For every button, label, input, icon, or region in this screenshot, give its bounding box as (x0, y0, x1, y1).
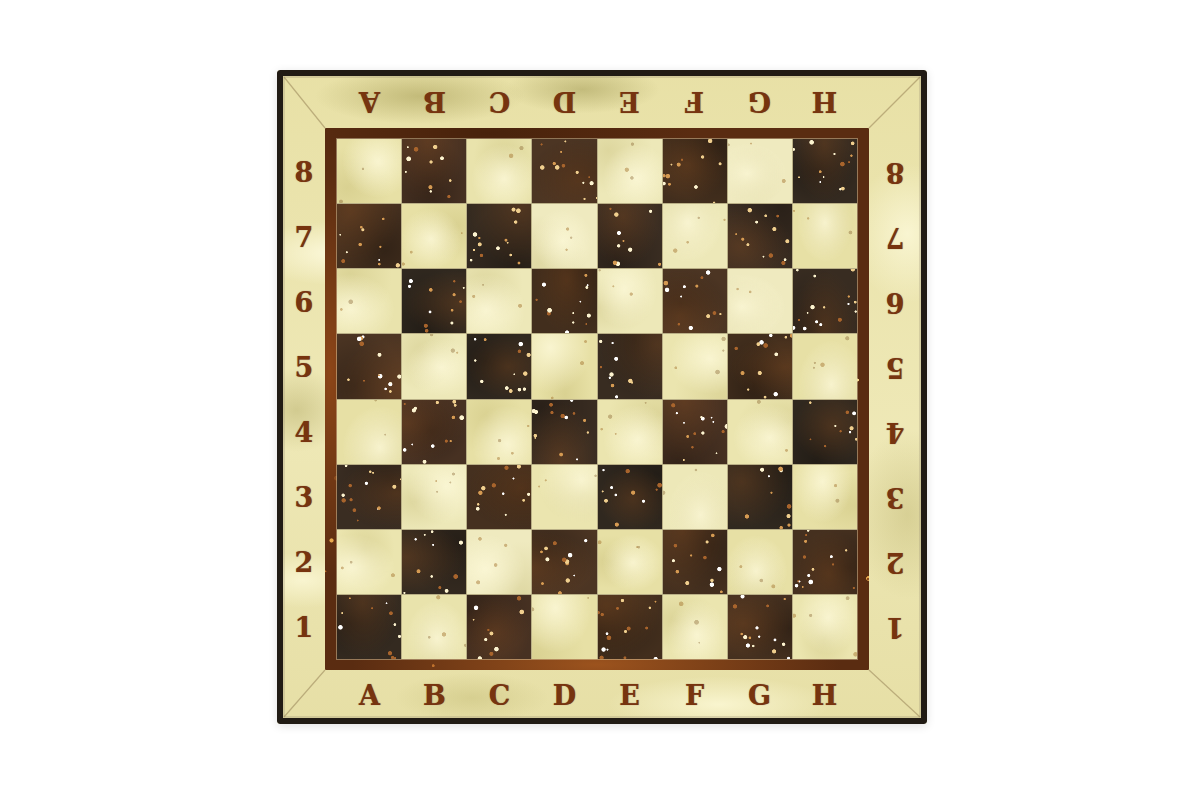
square-h1[interactable] (793, 595, 857, 659)
rank-label: 8 (869, 140, 921, 205)
square-c8[interactable] (467, 139, 531, 203)
file-label: E (597, 76, 662, 128)
square-b1[interactable] (402, 595, 466, 659)
file-label: B (402, 672, 467, 718)
file-label: G (727, 672, 792, 718)
square-f6[interactable] (663, 269, 727, 333)
square-e2[interactable] (598, 530, 662, 594)
rank-label: 3 (283, 465, 325, 530)
chess-board: ABCDEFGH ABCDEFGH 87654321 87654321 (277, 70, 927, 724)
square-c4[interactable] (467, 400, 531, 464)
square-g6[interactable] (728, 269, 792, 333)
file-labels-top: ABCDEFGH (337, 76, 857, 128)
rank-label: 5 (869, 335, 921, 400)
square-g4[interactable] (728, 400, 792, 464)
rank-labels-left: 87654321 (283, 140, 325, 660)
square-g3[interactable] (728, 465, 792, 529)
playing-area (337, 139, 857, 659)
rank-label: 7 (283, 205, 325, 270)
rank-labels-right: 87654321 (869, 140, 921, 660)
square-d2[interactable] (532, 530, 596, 594)
rank-label: 6 (283, 270, 325, 335)
rank-label: 4 (283, 400, 325, 465)
square-f7[interactable] (663, 204, 727, 268)
square-e5[interactable] (598, 334, 662, 398)
rank-label: 7 (869, 205, 921, 270)
rank-label: 6 (869, 270, 921, 335)
file-label: A (337, 76, 402, 128)
inner-frame (325, 128, 869, 670)
square-h3[interactable] (793, 465, 857, 529)
square-a6[interactable] (337, 269, 401, 333)
square-c1[interactable] (467, 595, 531, 659)
square-d4[interactable] (532, 400, 596, 464)
square-e4[interactable] (598, 400, 662, 464)
square-d7[interactable] (532, 204, 596, 268)
file-label: D (532, 76, 597, 128)
square-a3[interactable] (337, 465, 401, 529)
square-d6[interactable] (532, 269, 596, 333)
square-c6[interactable] (467, 269, 531, 333)
square-f5[interactable] (663, 334, 727, 398)
file-label: E (597, 672, 662, 718)
square-a1[interactable] (337, 595, 401, 659)
rank-label: 1 (283, 595, 325, 660)
square-b5[interactable] (402, 334, 466, 398)
square-d5[interactable] (532, 334, 596, 398)
square-h2[interactable] (793, 530, 857, 594)
square-d8[interactable] (532, 139, 596, 203)
square-e1[interactable] (598, 595, 662, 659)
square-h6[interactable] (793, 269, 857, 333)
rank-label: 2 (869, 530, 921, 595)
square-h5[interactable] (793, 334, 857, 398)
photo-background: ABCDEFGH ABCDEFGH 87654321 87654321 (0, 0, 1200, 800)
square-b8[interactable] (402, 139, 466, 203)
square-a4[interactable] (337, 400, 401, 464)
square-c3[interactable] (467, 465, 531, 529)
square-e3[interactable] (598, 465, 662, 529)
square-b4[interactable] (402, 400, 466, 464)
square-f4[interactable] (663, 400, 727, 464)
square-h8[interactable] (793, 139, 857, 203)
square-g5[interactable] (728, 334, 792, 398)
square-a5[interactable] (337, 334, 401, 398)
square-f3[interactable] (663, 465, 727, 529)
rank-label: 3 (869, 465, 921, 530)
square-a7[interactable] (337, 204, 401, 268)
square-a2[interactable] (337, 530, 401, 594)
square-d1[interactable] (532, 595, 596, 659)
file-label: F (662, 672, 727, 718)
file-label: A (337, 672, 402, 718)
square-g7[interactable] (728, 204, 792, 268)
square-c7[interactable] (467, 204, 531, 268)
square-h4[interactable] (793, 400, 857, 464)
file-label: C (467, 672, 532, 718)
square-h7[interactable] (793, 204, 857, 268)
rank-label: 2 (283, 530, 325, 595)
square-f8[interactable] (663, 139, 727, 203)
square-e6[interactable] (598, 269, 662, 333)
file-labels-bottom: ABCDEFGH (337, 672, 857, 718)
rank-label: 8 (283, 140, 325, 205)
file-label: F (662, 76, 727, 128)
square-f1[interactable] (663, 595, 727, 659)
square-e7[interactable] (598, 204, 662, 268)
file-label: H (792, 76, 857, 128)
square-e8[interactable] (598, 139, 662, 203)
file-label: C (467, 76, 532, 128)
square-g1[interactable] (728, 595, 792, 659)
rank-label: 5 (283, 335, 325, 400)
square-b3[interactable] (402, 465, 466, 529)
square-c5[interactable] (467, 334, 531, 398)
square-b7[interactable] (402, 204, 466, 268)
file-label: D (532, 672, 597, 718)
square-g8[interactable] (728, 139, 792, 203)
square-c2[interactable] (467, 530, 531, 594)
square-b6[interactable] (402, 269, 466, 333)
file-label: H (792, 672, 857, 718)
square-g2[interactable] (728, 530, 792, 594)
square-b2[interactable] (402, 530, 466, 594)
square-f2[interactable] (663, 530, 727, 594)
square-a8[interactable] (337, 139, 401, 203)
file-label: G (727, 76, 792, 128)
file-label: B (402, 76, 467, 128)
square-d3[interactable] (532, 465, 596, 529)
rank-label: 4 (869, 400, 921, 465)
rank-label: 1 (869, 595, 921, 660)
